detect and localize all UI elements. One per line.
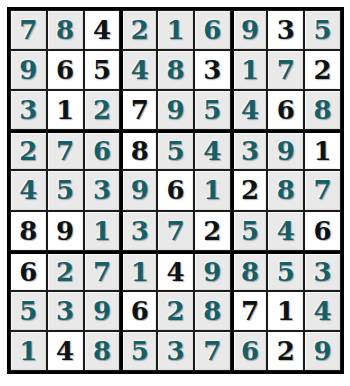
cell-r1c3[interactable]: 4 — [84, 10, 121, 50]
cell-r6c5[interactable]: 7 — [157, 211, 194, 251]
cell-r3c1[interactable]: 3 — [10, 90, 47, 130]
cell-r2c8[interactable]: 7 — [267, 50, 304, 90]
cell-r5c2[interactable]: 5 — [47, 170, 84, 210]
cell-r6c2[interactable]: 9 — [47, 211, 84, 251]
cell-r7c9[interactable]: 3 — [304, 251, 341, 291]
cell-r9c2[interactable]: 4 — [47, 331, 84, 371]
cell-r2c3[interactable]: 5 — [84, 50, 121, 90]
cell-r8c7[interactable]: 7 — [231, 291, 268, 331]
cell-r9c5[interactable]: 3 — [157, 331, 194, 371]
cell-r8c3[interactable]: 9 — [84, 291, 121, 331]
cell-r1c6[interactable]: 6 — [194, 10, 231, 50]
cell-r2c4[interactable]: 4 — [120, 50, 157, 90]
cell-r7c5[interactable]: 4 — [157, 251, 194, 291]
cell-r9c8[interactable]: 2 — [267, 331, 304, 371]
cell-r3c3[interactable]: 2 — [84, 90, 121, 130]
cell-r7c2[interactable]: 2 — [47, 251, 84, 291]
cell-r8c6[interactable]: 8 — [194, 291, 231, 331]
cell-r7c8[interactable]: 5 — [267, 251, 304, 291]
cell-r5c9[interactable]: 7 — [304, 170, 341, 210]
cell-r5c1[interactable]: 4 — [10, 170, 47, 210]
cell-r1c1[interactable]: 7 — [10, 10, 47, 50]
cell-r3c2[interactable]: 1 — [47, 90, 84, 130]
cell-r2c9[interactable]: 2 — [304, 50, 341, 90]
sudoku-board: 7842169359654831723127954682768543914539… — [7, 7, 344, 374]
cell-r5c6[interactable]: 1 — [194, 170, 231, 210]
cell-r2c5[interactable]: 8 — [157, 50, 194, 90]
cell-r6c6[interactable]: 2 — [194, 211, 231, 251]
cell-r3c7[interactable]: 4 — [231, 90, 268, 130]
cell-r3c8[interactable]: 6 — [267, 90, 304, 130]
cell-r9c6[interactable]: 7 — [194, 331, 231, 371]
cell-r9c3[interactable]: 8 — [84, 331, 121, 371]
cell-r4c6[interactable]: 4 — [194, 130, 231, 170]
cell-r1c8[interactable]: 3 — [267, 10, 304, 50]
cell-r8c2[interactable]: 3 — [47, 291, 84, 331]
cell-r3c9[interactable]: 8 — [304, 90, 341, 130]
cell-r4c8[interactable]: 9 — [267, 130, 304, 170]
cell-r4c3[interactable]: 6 — [84, 130, 121, 170]
cell-r6c4[interactable]: 3 — [120, 211, 157, 251]
cell-r1c9[interactable]: 5 — [304, 10, 341, 50]
cell-r6c1[interactable]: 8 — [10, 211, 47, 251]
cell-r6c7[interactable]: 5 — [231, 211, 268, 251]
cell-r9c9[interactable]: 9 — [304, 331, 341, 371]
cell-r5c7[interactable]: 2 — [231, 170, 268, 210]
cell-r1c4[interactable]: 2 — [120, 10, 157, 50]
sudoku-page: 7842169359654831723127954682768543914539… — [0, 0, 350, 386]
cell-r3c4[interactable]: 7 — [120, 90, 157, 130]
cell-r1c5[interactable]: 1 — [157, 10, 194, 50]
cell-r4c2[interactable]: 7 — [47, 130, 84, 170]
cell-r7c7[interactable]: 8 — [231, 251, 268, 291]
cell-r1c7[interactable]: 9 — [231, 10, 268, 50]
cell-r6c8[interactable]: 4 — [267, 211, 304, 251]
cell-r5c5[interactable]: 6 — [157, 170, 194, 210]
cell-r4c7[interactable]: 3 — [231, 130, 268, 170]
cell-r9c1[interactable]: 1 — [10, 331, 47, 371]
cell-r2c6[interactable]: 3 — [194, 50, 231, 90]
cell-r9c7[interactable]: 6 — [231, 331, 268, 371]
cell-r4c4[interactable]: 8 — [120, 130, 157, 170]
cell-r3c6[interactable]: 5 — [194, 90, 231, 130]
cell-r2c2[interactable]: 6 — [47, 50, 84, 90]
cell-r4c1[interactable]: 2 — [10, 130, 47, 170]
cell-r3c5[interactable]: 9 — [157, 90, 194, 130]
cell-r8c1[interactable]: 5 — [10, 291, 47, 331]
cell-r7c6[interactable]: 9 — [194, 251, 231, 291]
cell-r8c5[interactable]: 2 — [157, 291, 194, 331]
cell-r6c3[interactable]: 1 — [84, 211, 121, 251]
cell-r5c4[interactable]: 9 — [120, 170, 157, 210]
cell-r6c9[interactable]: 6 — [304, 211, 341, 251]
cell-r7c1[interactable]: 6 — [10, 251, 47, 291]
cell-r7c4[interactable]: 1 — [120, 251, 157, 291]
cell-r4c9[interactable]: 1 — [304, 130, 341, 170]
cell-r8c9[interactable]: 4 — [304, 291, 341, 331]
cell-r4c5[interactable]: 5 — [157, 130, 194, 170]
cell-r1c2[interactable]: 8 — [47, 10, 84, 50]
cell-r7c3[interactable]: 7 — [84, 251, 121, 291]
cell-r8c8[interactable]: 1 — [267, 291, 304, 331]
cell-r9c4[interactable]: 5 — [120, 331, 157, 371]
cell-r2c7[interactable]: 1 — [231, 50, 268, 90]
cell-r2c1[interactable]: 9 — [10, 50, 47, 90]
cell-r5c8[interactable]: 8 — [267, 170, 304, 210]
cell-r5c3[interactable]: 3 — [84, 170, 121, 210]
cell-r8c4[interactable]: 6 — [120, 291, 157, 331]
